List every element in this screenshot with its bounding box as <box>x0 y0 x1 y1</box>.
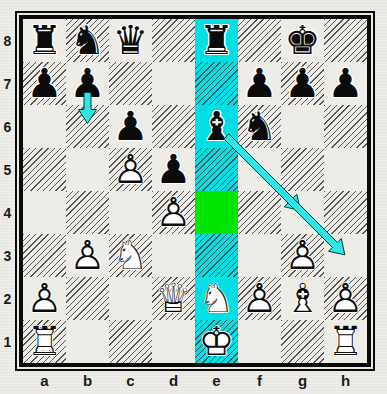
square-b6 <box>66 105 109 148</box>
square-a7: ♟ <box>23 62 66 105</box>
file-label-a: a <box>23 370 66 390</box>
square-g2: ♝♗ <box>281 277 324 320</box>
square-d4: ♟♙ <box>152 191 195 234</box>
file-label-e: e <box>195 370 238 390</box>
rank-label-2: 2 <box>1 277 14 320</box>
piece-black-pawn: ♟ <box>324 62 367 105</box>
piece-white-queen: ♛♕ <box>152 277 195 320</box>
piece-white-king: ♚♔ <box>195 320 238 363</box>
square-b8: ♞ <box>66 19 109 62</box>
rank-label-4: 4 <box>1 191 14 234</box>
square-g4 <box>281 191 324 234</box>
piece-white-knight: ♞♘ <box>195 277 238 320</box>
square-g6 <box>281 105 324 148</box>
square-a2: ♟♙ <box>23 277 66 320</box>
piece-black-knight: ♞ <box>238 105 281 148</box>
square-c7 <box>109 62 152 105</box>
square-e2: ♞♘ <box>195 277 238 320</box>
piece-white-pawn: ♟♙ <box>152 191 195 234</box>
piece-black-pawn: ♟ <box>152 148 195 191</box>
file-label-f: f <box>238 370 281 390</box>
square-e5 <box>195 148 238 191</box>
piece-white-bishop: ♝♗ <box>281 277 324 320</box>
file-label-g: g <box>281 370 324 390</box>
rank-label-7: 7 <box>1 62 14 105</box>
piece-white-pawn: ♟♙ <box>23 277 66 320</box>
board-inner-border: ♜♞♛♜♚♟♟♟♟♟♟♝♞♟♙♟♟♙♟♙♞♘♟♙♟♙♛♕♞♘♟♙♝♗♟♙♜♖♚♔… <box>19 15 371 367</box>
square-b2 <box>66 277 109 320</box>
piece-white-pawn: ♟♙ <box>238 277 281 320</box>
piece-black-rook: ♜ <box>195 19 238 62</box>
square-f7: ♟ <box>238 62 281 105</box>
piece-black-pawn: ♟ <box>66 62 109 105</box>
piece-black-pawn: ♟ <box>238 62 281 105</box>
square-f2: ♟♙ <box>238 277 281 320</box>
square-a5 <box>23 148 66 191</box>
square-h8 <box>324 19 367 62</box>
square-f6: ♞ <box>238 105 281 148</box>
piece-white-pawn: ♟♙ <box>324 277 367 320</box>
rank-label-8: 8 <box>1 19 14 62</box>
square-c4 <box>109 191 152 234</box>
square-h4 <box>324 191 367 234</box>
square-d7 <box>152 62 195 105</box>
square-d5: ♟ <box>152 148 195 191</box>
square-h7: ♟ <box>324 62 367 105</box>
square-a1: ♜♖ <box>23 320 66 363</box>
square-e6: ♝ <box>195 105 238 148</box>
square-b7: ♟ <box>66 62 109 105</box>
square-e3 <box>195 234 238 277</box>
square-d8 <box>152 19 195 62</box>
file-labels: abcdefgh <box>23 370 367 390</box>
file-label-c: c <box>109 370 152 390</box>
square-a4 <box>23 191 66 234</box>
square-b1 <box>66 320 109 363</box>
square-b4 <box>66 191 109 234</box>
piece-white-rook: ♜♖ <box>324 320 367 363</box>
chess-diagram-page: { "game": "chess", "diagram": { "descrip… <box>0 0 387 394</box>
piece-black-knight: ♞ <box>66 19 109 62</box>
square-f3 <box>238 234 281 277</box>
square-d1 <box>152 320 195 363</box>
square-b5 <box>66 148 109 191</box>
square-c2 <box>109 277 152 320</box>
square-d2: ♛♕ <box>152 277 195 320</box>
square-h6 <box>324 105 367 148</box>
piece-white-rook: ♜♖ <box>23 320 66 363</box>
square-c5: ♟♙ <box>109 148 152 191</box>
square-h1: ♜♖ <box>324 320 367 363</box>
square-a8: ♜ <box>23 19 66 62</box>
piece-white-pawn: ♟♙ <box>66 234 109 277</box>
board-frame: ♜♞♛♜♚♟♟♟♟♟♟♝♞♟♙♟♟♙♟♙♞♘♟♙♟♙♛♕♞♘♟♙♝♗♟♙♜♖♚♔… <box>15 11 375 371</box>
piece-black-rook: ♜ <box>23 19 66 62</box>
file-label-b: b <box>66 370 109 390</box>
square-d6 <box>152 105 195 148</box>
chess-board: ♜♞♛♜♚♟♟♟♟♟♟♝♞♟♙♟♟♙♟♙♞♘♟♙♟♙♛♕♞♘♟♙♝♗♟♙♜♖♚♔… <box>23 19 367 363</box>
square-b3: ♟♙ <box>66 234 109 277</box>
square-d3 <box>152 234 195 277</box>
rank-label-5: 5 <box>1 148 14 191</box>
piece-black-queen: ♛ <box>109 19 152 62</box>
square-f8 <box>238 19 281 62</box>
square-g8: ♚ <box>281 19 324 62</box>
square-f4 <box>238 191 281 234</box>
piece-black-bishop: ♝ <box>195 105 238 148</box>
piece-white-pawn: ♟♙ <box>109 148 152 191</box>
square-f1 <box>238 320 281 363</box>
square-g1 <box>281 320 324 363</box>
rank-label-3: 3 <box>1 234 14 277</box>
square-e4 <box>195 191 238 234</box>
piece-white-knight: ♞♘ <box>109 234 152 277</box>
piece-black-pawn: ♟ <box>23 62 66 105</box>
piece-white-pawn: ♟♙ <box>281 234 324 277</box>
square-e7 <box>195 62 238 105</box>
rank-label-1: 1 <box>1 320 14 363</box>
square-e8: ♜ <box>195 19 238 62</box>
piece-black-king: ♚ <box>281 19 324 62</box>
square-g3: ♟♙ <box>281 234 324 277</box>
file-label-h: h <box>324 370 367 390</box>
rank-labels: 87654321 <box>1 19 14 363</box>
square-h3 <box>324 234 367 277</box>
square-g5 <box>281 148 324 191</box>
square-c3: ♞♘ <box>109 234 152 277</box>
square-a3 <box>23 234 66 277</box>
rank-label-6: 6 <box>1 105 14 148</box>
piece-black-pawn: ♟ <box>281 62 324 105</box>
square-c1 <box>109 320 152 363</box>
file-label-d: d <box>152 370 195 390</box>
square-f5 <box>238 148 281 191</box>
piece-black-pawn: ♟ <box>109 105 152 148</box>
square-c8: ♛ <box>109 19 152 62</box>
square-e1: ♚♔ <box>195 320 238 363</box>
square-a6 <box>23 105 66 148</box>
square-g7: ♟ <box>281 62 324 105</box>
square-c6: ♟ <box>109 105 152 148</box>
square-h5 <box>324 148 367 191</box>
square-h2: ♟♙ <box>324 277 367 320</box>
